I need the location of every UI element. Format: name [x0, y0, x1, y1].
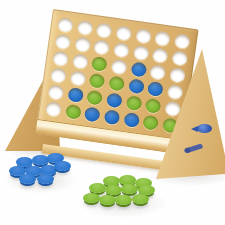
empty-hole-r4c1 [50, 68, 67, 84]
green-tray-disc-9 [99, 195, 116, 205]
empty-hole-r4c2 [70, 70, 87, 86]
empty-hole-r2c6 [152, 47, 169, 63]
empty-hole-r2c1 [55, 34, 72, 50]
blue-tray-disc-8 [19, 174, 36, 184]
green-disc-r3c3 [91, 56, 108, 72]
empty-hole-r3c2 [72, 53, 89, 69]
empty-hole-r1c3 [96, 22, 113, 38]
empty-hole-r1c6 [154, 30, 171, 46]
green-disc-r5c3 [87, 90, 104, 106]
green-tray-disc-6 [121, 184, 138, 194]
empty-hole-r5c1 [48, 85, 65, 101]
blue-disc-r4c6 [147, 81, 164, 97]
green-disc-r5c5 [125, 95, 142, 111]
empty-hole-r3c1 [53, 51, 70, 67]
green-disc-r4c4 [108, 76, 125, 92]
green-tray-disc-10 [115, 195, 132, 205]
cell-r6c5 [120, 111, 142, 131]
empty-hole-r4c7 [166, 84, 183, 100]
blue-tray-disc-7 [54, 161, 71, 171]
empty-hole-r2c3 [94, 39, 111, 55]
blue-disc-r6c3 [84, 107, 101, 123]
cell-r6c4 [101, 108, 123, 128]
green-disc-r6c2 [65, 104, 82, 120]
empty-hole-r2c2 [74, 36, 91, 52]
blue-disc-r3c5 [130, 61, 147, 77]
green-tray-disc-5 [105, 185, 122, 195]
empty-hole-r1c5 [135, 27, 152, 43]
empty-hole-r1c7 [174, 33, 191, 49]
empty-hole-r6c1 [45, 102, 62, 118]
board-grid [43, 15, 193, 136]
cell-r6c3 [82, 105, 104, 125]
cell-r6c2 [62, 102, 84, 122]
empty-hole-r1c4 [115, 25, 132, 41]
empty-hole-r3c7 [169, 67, 186, 83]
empty-hole-r3c6 [149, 64, 166, 80]
green-tray-disc-4 [89, 183, 106, 193]
green-disc-r5c6 [145, 98, 162, 114]
green-disc-r6c6 [142, 115, 159, 131]
blue-disc-r4c5 [128, 78, 145, 94]
green-tray-disc-11 [132, 194, 149, 204]
blue-tray-disc-9 [37, 174, 54, 184]
product-photo-connect-four [0, 0, 225, 225]
green-disc-r4c3 [89, 73, 106, 89]
cell-r6c1 [43, 100, 65, 120]
empty-hole-r5c7 [164, 101, 181, 117]
empty-hole-r1c1 [57, 17, 74, 33]
blue-knob-icon [197, 124, 212, 133]
empty-hole-r2c4 [113, 42, 130, 58]
cell-r6c6 [140, 113, 162, 133]
empty-hole-r2c7 [171, 50, 188, 66]
blue-disc-r5c2 [67, 87, 84, 103]
empty-hole-r3c4 [111, 59, 128, 75]
empty-hole-r2c5 [132, 44, 149, 60]
blue-disc-r5c4 [106, 93, 123, 109]
blue-disc-r6c5 [123, 112, 140, 128]
green-tray-disc-8 [83, 193, 100, 203]
empty-hole-r1c2 [77, 19, 94, 35]
blue-disc-r6c4 [104, 110, 121, 126]
